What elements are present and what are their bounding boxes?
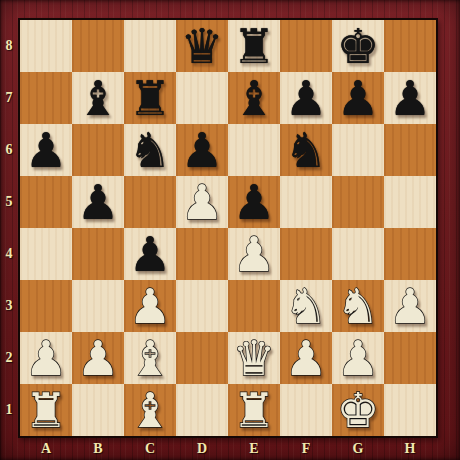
- rank-label-5: 5: [0, 176, 18, 228]
- square-d1[interactable]: [176, 384, 228, 436]
- black-pawn-piece: ♟: [336, 74, 379, 122]
- file-label-a: A: [20, 439, 72, 459]
- square-e8[interactable]: ♜: [228, 20, 280, 72]
- black-king-piece: ♚: [336, 22, 379, 70]
- square-g6[interactable]: [332, 124, 384, 176]
- white-pawn-piece: ♟: [180, 178, 223, 226]
- square-f2[interactable]: ♟: [280, 332, 332, 384]
- square-a6[interactable]: ♟: [20, 124, 72, 176]
- square-d3[interactable]: [176, 280, 228, 332]
- square-b3[interactable]: [72, 280, 124, 332]
- square-e6[interactable]: [228, 124, 280, 176]
- file-label-b: B: [72, 439, 124, 459]
- file-label-g: G: [332, 439, 384, 459]
- square-a2[interactable]: ♟: [20, 332, 72, 384]
- square-c3[interactable]: ♟: [124, 280, 176, 332]
- square-b5[interactable]: ♟: [72, 176, 124, 228]
- square-e7[interactable]: ♝: [228, 72, 280, 124]
- black-pawn-piece: ♟: [180, 126, 223, 174]
- white-knight-piece: ♞: [336, 282, 379, 330]
- square-g8[interactable]: ♚: [332, 20, 384, 72]
- black-rook-piece: ♜: [128, 74, 171, 122]
- square-a3[interactable]: [20, 280, 72, 332]
- square-d7[interactable]: [176, 72, 228, 124]
- square-f5[interactable]: [280, 176, 332, 228]
- square-e5[interactable]: ♟: [228, 176, 280, 228]
- white-rook-piece: ♜: [24, 386, 67, 434]
- square-h6[interactable]: [384, 124, 436, 176]
- square-g1[interactable]: ♚: [332, 384, 384, 436]
- square-a1[interactable]: ♜: [20, 384, 72, 436]
- white-knight-piece: ♞: [284, 282, 327, 330]
- rank-label-4: 4: [0, 228, 18, 280]
- square-h7[interactable]: ♟: [384, 72, 436, 124]
- black-rook-piece: ♜: [232, 22, 275, 70]
- square-b6[interactable]: [72, 124, 124, 176]
- square-h5[interactable]: [384, 176, 436, 228]
- white-bishop-piece: ♝: [128, 386, 171, 434]
- white-rook-piece: ♜: [232, 386, 275, 434]
- square-c5[interactable]: [124, 176, 176, 228]
- chess-board: ♛♜♚♝♜♝♟♟♟♟♞♟♞♟♟♟♟♟♟♞♞♟♟♟♝♛♟♟♜♝♜♚: [18, 18, 438, 438]
- square-e1[interactable]: ♜: [228, 384, 280, 436]
- white-pawn-piece: ♟: [24, 334, 67, 382]
- square-a4[interactable]: [20, 228, 72, 280]
- white-pawn-piece: ♟: [76, 334, 119, 382]
- square-h3[interactable]: ♟: [384, 280, 436, 332]
- square-b4[interactable]: [72, 228, 124, 280]
- square-f6[interactable]: ♞: [280, 124, 332, 176]
- square-d5[interactable]: ♟: [176, 176, 228, 228]
- black-pawn-piece: ♟: [24, 126, 67, 174]
- square-c2[interactable]: ♝: [124, 332, 176, 384]
- square-g4[interactable]: [332, 228, 384, 280]
- rank-label-2: 2: [0, 332, 18, 384]
- square-h4[interactable]: [384, 228, 436, 280]
- white-bishop-piece: ♝: [128, 334, 171, 382]
- square-f3[interactable]: ♞: [280, 280, 332, 332]
- black-pawn-piece: ♟: [284, 74, 327, 122]
- black-queen-piece: ♛: [180, 22, 223, 70]
- square-c6[interactable]: ♞: [124, 124, 176, 176]
- black-pawn-piece: ♟: [128, 230, 171, 278]
- square-h2[interactable]: [384, 332, 436, 384]
- square-g3[interactable]: ♞: [332, 280, 384, 332]
- square-a8[interactable]: [20, 20, 72, 72]
- white-pawn-piece: ♟: [128, 282, 171, 330]
- square-b1[interactable]: [72, 384, 124, 436]
- board-frame: ♛♜♚♝♜♝♟♟♟♟♞♟♞♟♟♟♟♟♟♞♞♟♟♟♝♛♟♟♜♝♜♚ 8765432…: [0, 0, 460, 460]
- square-g5[interactable]: [332, 176, 384, 228]
- black-pawn-piece: ♟: [388, 74, 431, 122]
- square-c7[interactable]: ♜: [124, 72, 176, 124]
- square-c1[interactable]: ♝: [124, 384, 176, 436]
- black-knight-piece: ♞: [284, 126, 327, 174]
- rank-label-1: 1: [0, 384, 18, 436]
- square-a5[interactable]: [20, 176, 72, 228]
- white-pawn-piece: ♟: [336, 334, 379, 382]
- square-h1[interactable]: [384, 384, 436, 436]
- square-d4[interactable]: [176, 228, 228, 280]
- white-king-piece: ♚: [336, 386, 379, 434]
- white-pawn-piece: ♟: [232, 230, 275, 278]
- white-pawn-piece: ♟: [388, 282, 431, 330]
- square-a7[interactable]: [20, 72, 72, 124]
- square-b7[interactable]: ♝: [72, 72, 124, 124]
- square-c8[interactable]: [124, 20, 176, 72]
- file-label-d: D: [176, 439, 228, 459]
- square-e2[interactable]: ♛: [228, 332, 280, 384]
- square-h8[interactable]: [384, 20, 436, 72]
- square-b2[interactable]: ♟: [72, 332, 124, 384]
- black-bishop-piece: ♝: [232, 74, 275, 122]
- rank-label-7: 7: [0, 72, 18, 124]
- file-label-f: F: [280, 439, 332, 459]
- rank-label-8: 8: [0, 20, 18, 72]
- square-d8[interactable]: ♛: [176, 20, 228, 72]
- square-e3[interactable]: [228, 280, 280, 332]
- square-g2[interactable]: ♟: [332, 332, 384, 384]
- file-label-h: H: [384, 439, 436, 459]
- file-label-c: C: [124, 439, 176, 459]
- square-f4[interactable]: [280, 228, 332, 280]
- square-f7[interactable]: ♟: [280, 72, 332, 124]
- square-c4[interactable]: ♟: [124, 228, 176, 280]
- square-f1[interactable]: [280, 384, 332, 436]
- square-d6[interactable]: ♟: [176, 124, 228, 176]
- white-pawn-piece: ♟: [284, 334, 327, 382]
- black-pawn-piece: ♟: [232, 178, 275, 226]
- white-queen-piece: ♛: [232, 334, 275, 382]
- black-knight-piece: ♞: [128, 126, 171, 174]
- square-b8[interactable]: [72, 20, 124, 72]
- rank-label-6: 6: [0, 124, 18, 176]
- file-label-e: E: [228, 439, 280, 459]
- square-g7[interactable]: ♟: [332, 72, 384, 124]
- black-pawn-piece: ♟: [76, 178, 119, 226]
- black-bishop-piece: ♝: [76, 74, 119, 122]
- square-d2[interactable]: [176, 332, 228, 384]
- rank-label-3: 3: [0, 280, 18, 332]
- square-f8[interactable]: [280, 20, 332, 72]
- square-e4[interactable]: ♟: [228, 228, 280, 280]
